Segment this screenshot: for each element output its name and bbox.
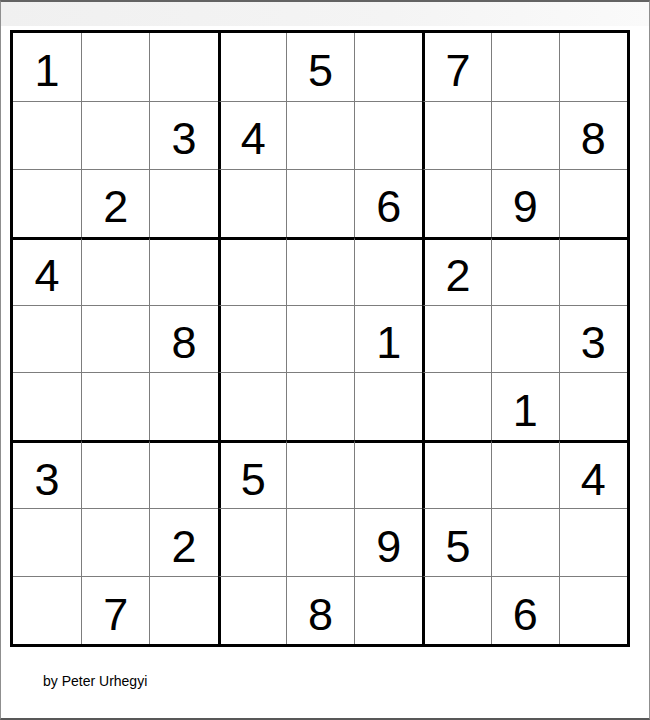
given-digit: 3 xyxy=(581,320,606,365)
cell-r2c5 xyxy=(286,101,354,169)
given-digit: 2 xyxy=(445,253,470,298)
given-digit: 6 xyxy=(376,184,401,229)
cell-r6c8: 1 xyxy=(491,372,559,440)
cell-r1c3 xyxy=(149,33,217,101)
cell-r3c5 xyxy=(286,169,354,237)
given-digit: 3 xyxy=(35,457,60,502)
cell-r4c6 xyxy=(354,237,422,305)
cell-r9c1 xyxy=(13,576,81,644)
given-digit: 9 xyxy=(513,184,538,229)
given-digit: 9 xyxy=(376,524,401,569)
page: 157348269428131354295786 by Peter Urhegy… xyxy=(0,0,650,720)
cell-r2c6 xyxy=(354,101,422,169)
cell-r1c5: 5 xyxy=(286,33,354,101)
cell-r6c6 xyxy=(354,372,422,440)
cell-r8c8 xyxy=(491,508,559,576)
cell-r5c9: 3 xyxy=(559,305,627,373)
given-digit: 7 xyxy=(445,48,470,93)
given-digit: 4 xyxy=(581,457,606,502)
cell-r7c2 xyxy=(81,440,149,508)
cell-r4c9 xyxy=(559,237,627,305)
cell-r3c2: 2 xyxy=(81,169,149,237)
cell-r9c5: 8 xyxy=(286,576,354,644)
cell-r1c6 xyxy=(354,33,422,101)
cell-r1c7: 7 xyxy=(422,33,490,101)
header-band xyxy=(1,2,649,26)
cell-r5c3: 8 xyxy=(149,305,217,373)
cell-r1c9 xyxy=(559,33,627,101)
cell-r4c3 xyxy=(149,237,217,305)
given-digit: 5 xyxy=(241,457,266,502)
given-digit: 7 xyxy=(103,592,128,637)
cell-r2c8 xyxy=(491,101,559,169)
sudoku-board: 157348269428131354295786 xyxy=(10,30,630,647)
cell-r1c2 xyxy=(81,33,149,101)
given-digit: 2 xyxy=(172,524,197,569)
given-digit: 2 xyxy=(103,184,128,229)
cell-r9c6 xyxy=(354,576,422,644)
cell-r6c9 xyxy=(559,372,627,440)
cell-r5c2 xyxy=(81,305,149,373)
cell-r9c3 xyxy=(149,576,217,644)
cell-r6c2 xyxy=(81,372,149,440)
cell-r2c3: 3 xyxy=(149,101,217,169)
given-digit: 8 xyxy=(581,116,606,161)
cell-r3c8: 9 xyxy=(491,169,559,237)
cell-r2c7 xyxy=(422,101,490,169)
given-digit: 8 xyxy=(172,320,197,365)
cell-r5c1 xyxy=(13,305,81,373)
cell-r7c7 xyxy=(422,440,490,508)
cell-r8c2 xyxy=(81,508,149,576)
given-digit: 8 xyxy=(308,592,333,637)
cell-r2c9: 8 xyxy=(559,101,627,169)
cell-r9c4 xyxy=(218,576,286,644)
cell-r7c1: 3 xyxy=(13,440,81,508)
cell-r7c6 xyxy=(354,440,422,508)
cell-r9c9 xyxy=(559,576,627,644)
given-digit: 4 xyxy=(35,253,60,298)
cell-r5c7 xyxy=(422,305,490,373)
cell-r8c3: 2 xyxy=(149,508,217,576)
cell-r5c8 xyxy=(491,305,559,373)
cell-r4c5 xyxy=(286,237,354,305)
cell-r3c7 xyxy=(422,169,490,237)
cell-r2c1 xyxy=(13,101,81,169)
cell-r9c2: 7 xyxy=(81,576,149,644)
given-digit: 1 xyxy=(513,388,538,433)
cell-r4c4 xyxy=(218,237,286,305)
cell-r2c4: 4 xyxy=(218,101,286,169)
cell-r9c8: 6 xyxy=(491,576,559,644)
cell-r8c4 xyxy=(218,508,286,576)
author-caption: by Peter Urhegyi xyxy=(43,673,147,689)
cell-r6c5 xyxy=(286,372,354,440)
cell-r3c6: 6 xyxy=(354,169,422,237)
cell-r6c1 xyxy=(13,372,81,440)
cell-r4c1: 4 xyxy=(13,237,81,305)
cell-r7c4: 5 xyxy=(218,440,286,508)
cell-r6c4 xyxy=(218,372,286,440)
cell-r5c6: 1 xyxy=(354,305,422,373)
cell-r4c2 xyxy=(81,237,149,305)
cell-r4c8 xyxy=(491,237,559,305)
cell-r1c4 xyxy=(218,33,286,101)
cell-r3c3 xyxy=(149,169,217,237)
given-digit: 6 xyxy=(513,592,538,637)
cell-r3c1 xyxy=(13,169,81,237)
cell-r3c9 xyxy=(559,169,627,237)
cell-r6c3 xyxy=(149,372,217,440)
cell-r7c5 xyxy=(286,440,354,508)
cell-r8c1 xyxy=(13,508,81,576)
given-digit: 1 xyxy=(376,320,401,365)
cell-r9c7 xyxy=(422,576,490,644)
cell-r6c7 xyxy=(422,372,490,440)
cell-r1c8 xyxy=(491,33,559,101)
given-digit: 3 xyxy=(172,116,197,161)
cell-r7c3 xyxy=(149,440,217,508)
cell-r4c7: 2 xyxy=(422,237,490,305)
cell-r7c9: 4 xyxy=(559,440,627,508)
cell-r8c7: 5 xyxy=(422,508,490,576)
cell-r5c4 xyxy=(218,305,286,373)
given-digit: 5 xyxy=(308,48,333,93)
cell-r8c6: 9 xyxy=(354,508,422,576)
cell-r7c8 xyxy=(491,440,559,508)
cell-r3c4 xyxy=(218,169,286,237)
cell-r8c5 xyxy=(286,508,354,576)
cell-r5c5 xyxy=(286,305,354,373)
cell-r1c1: 1 xyxy=(13,33,81,101)
given-digit: 5 xyxy=(445,524,470,569)
given-digit: 1 xyxy=(35,48,60,93)
cell-r8c9 xyxy=(559,508,627,576)
cell-r2c2 xyxy=(81,101,149,169)
given-digit: 4 xyxy=(241,116,266,161)
